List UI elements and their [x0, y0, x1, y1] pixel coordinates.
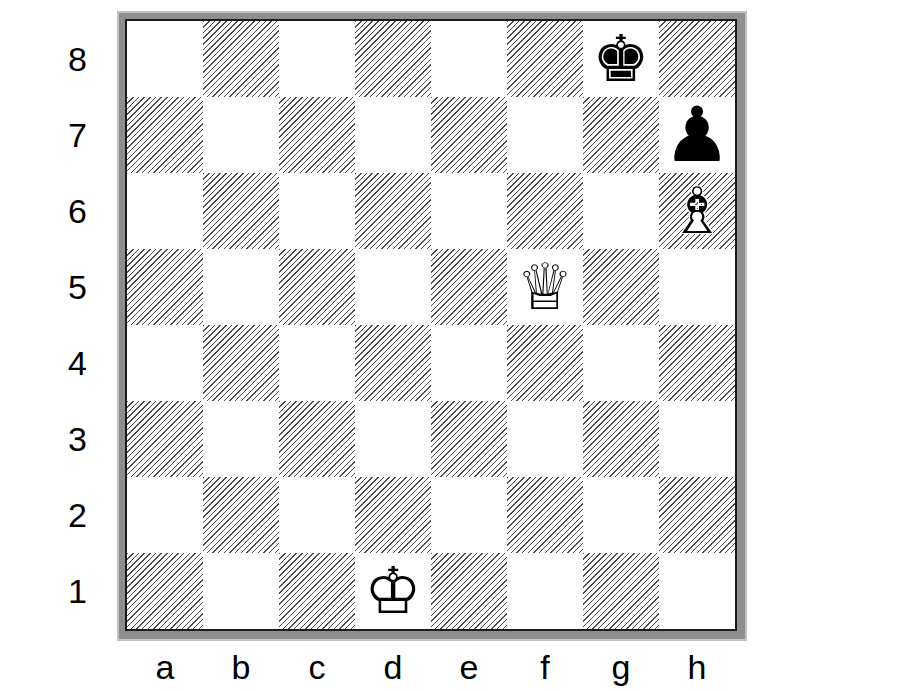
square-g6[interactable] [583, 173, 659, 249]
square-c1[interactable] [279, 553, 355, 629]
square-a4[interactable] [127, 325, 203, 401]
square-d7[interactable] [355, 97, 431, 173]
square-g3[interactable] [583, 401, 659, 477]
square-d4[interactable] [355, 325, 431, 401]
square-b2[interactable] [203, 477, 279, 553]
square-f1[interactable] [507, 553, 583, 629]
black-king-glyph: ♚ [592, 27, 649, 91]
square-c6[interactable] [279, 173, 355, 249]
square-c2[interactable] [279, 477, 355, 553]
square-c3[interactable] [279, 401, 355, 477]
black-king[interactable]: ♚ [592, 27, 649, 91]
file-label-h: h [659, 645, 735, 689]
white-bishop[interactable]: ♝♗ [668, 179, 725, 243]
square-f7[interactable] [507, 97, 583, 173]
square-b6[interactable] [203, 173, 279, 249]
square-e1[interactable] [431, 553, 507, 629]
white-bishop-glyph: ♗ [668, 179, 725, 243]
square-b7[interactable] [203, 97, 279, 173]
square-g4[interactable] [583, 325, 659, 401]
square-d1[interactable]: ♚♔ [355, 553, 431, 629]
square-e6[interactable] [431, 173, 507, 249]
white-king-glyph: ♔ [364, 559, 421, 623]
square-b5[interactable] [203, 249, 279, 325]
rank-labels: 87654321 [0, 21, 117, 629]
square-h5[interactable] [659, 249, 735, 325]
square-d8[interactable] [355, 21, 431, 97]
rank-label-5: 5 [0, 249, 117, 325]
rank-label-4: 4 [0, 325, 117, 401]
square-h6[interactable]: ♝♗ [659, 173, 735, 249]
square-e3[interactable] [431, 401, 507, 477]
black-pawn-glyph: ♟ [663, 97, 731, 173]
square-e2[interactable] [431, 477, 507, 553]
square-a5[interactable] [127, 249, 203, 325]
white-queen-glyph: ♕ [516, 255, 573, 319]
square-d2[interactable] [355, 477, 431, 553]
square-b1[interactable] [203, 553, 279, 629]
chess-board-frame: ♚♟♝♗♛♕♚♔ [117, 11, 747, 641]
file-label-c: c [279, 645, 355, 689]
square-b3[interactable] [203, 401, 279, 477]
square-a3[interactable] [127, 401, 203, 477]
square-c8[interactable] [279, 21, 355, 97]
file-label-b: b [203, 645, 279, 689]
file-label-f: f [507, 645, 583, 689]
square-d5[interactable] [355, 249, 431, 325]
square-c4[interactable] [279, 325, 355, 401]
square-h3[interactable] [659, 401, 735, 477]
square-e8[interactable] [431, 21, 507, 97]
chess-board: ♚♟♝♗♛♕♚♔ [125, 19, 737, 631]
square-f6[interactable] [507, 173, 583, 249]
board-grid: ♚♟♝♗♛♕♚♔ [127, 21, 735, 629]
square-a2[interactable] [127, 477, 203, 553]
file-label-d: d [355, 645, 431, 689]
rank-label-6: 6 [0, 173, 117, 249]
square-b4[interactable] [203, 325, 279, 401]
square-g1[interactable] [583, 553, 659, 629]
rank-label-8: 8 [0, 21, 117, 97]
white-king[interactable]: ♚♔ [364, 559, 421, 623]
file-label-g: g [583, 645, 659, 689]
square-g5[interactable] [583, 249, 659, 325]
square-a6[interactable] [127, 173, 203, 249]
square-f3[interactable] [507, 401, 583, 477]
square-a8[interactable] [127, 21, 203, 97]
rank-label-2: 2 [0, 477, 117, 553]
square-b8[interactable] [203, 21, 279, 97]
file-label-e: e [431, 645, 507, 689]
square-h7[interactable]: ♟ [659, 97, 735, 173]
square-f5[interactable]: ♛♕ [507, 249, 583, 325]
square-a1[interactable] [127, 553, 203, 629]
file-labels: abcdefgh [127, 645, 735, 689]
file-label-a: a [127, 645, 203, 689]
square-f4[interactable] [507, 325, 583, 401]
square-a7[interactable] [127, 97, 203, 173]
square-g2[interactable] [583, 477, 659, 553]
square-c7[interactable] [279, 97, 355, 173]
square-c5[interactable] [279, 249, 355, 325]
square-h2[interactable] [659, 477, 735, 553]
square-e4[interactable] [431, 325, 507, 401]
square-e5[interactable] [431, 249, 507, 325]
rank-label-7: 7 [0, 97, 117, 173]
square-h4[interactable] [659, 325, 735, 401]
square-h8[interactable] [659, 21, 735, 97]
square-d6[interactable] [355, 173, 431, 249]
square-d3[interactable] [355, 401, 431, 477]
rank-label-3: 3 [0, 401, 117, 477]
square-g7[interactable] [583, 97, 659, 173]
square-f8[interactable] [507, 21, 583, 97]
rank-label-1: 1 [0, 553, 117, 629]
square-h1[interactable] [659, 553, 735, 629]
white-queen[interactable]: ♛♕ [516, 255, 573, 319]
square-g8[interactable]: ♚ [583, 21, 659, 97]
square-f2[interactable] [507, 477, 583, 553]
square-e7[interactable] [431, 97, 507, 173]
black-pawn[interactable]: ♟ [663, 97, 731, 173]
